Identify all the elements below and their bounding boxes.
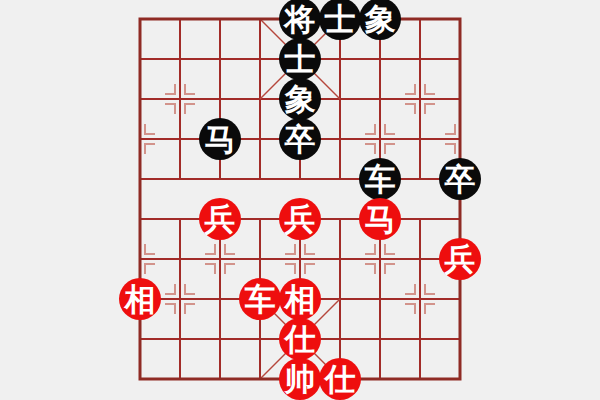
pieces-layer: 将士象士象马卒车卒兵兵马兵相车相仕帅仕	[0, 0, 600, 400]
piece-red-advisor[interactable]: 仕	[279, 318, 321, 360]
piece-red-elephant[interactable]: 相	[279, 278, 321, 320]
piece-black-elephant[interactable]: 象	[279, 78, 321, 120]
piece-black-general[interactable]: 将	[279, 0, 321, 40]
piece-red-pawn[interactable]: 兵	[439, 238, 481, 280]
piece-black-chariot[interactable]: 车	[359, 158, 401, 200]
piece-black-advisor[interactable]: 士	[279, 38, 321, 80]
piece-red-chariot[interactable]: 车	[239, 278, 281, 320]
piece-black-elephant[interactable]: 象	[359, 0, 401, 40]
piece-red-pawn[interactable]: 兵	[279, 198, 321, 240]
piece-red-general[interactable]: 帅	[279, 358, 321, 400]
piece-red-horse[interactable]: 马	[359, 198, 401, 240]
piece-red-advisor[interactable]: 仕	[319, 358, 361, 400]
piece-black-pawn[interactable]: 卒	[279, 118, 321, 160]
piece-black-advisor[interactable]: 士	[319, 0, 361, 40]
piece-red-elephant[interactable]: 相	[119, 278, 161, 320]
xiangqi-board-screenshot: 将士象士象马卒车卒兵兵马兵相车相仕帅仕	[0, 0, 600, 400]
piece-red-pawn[interactable]: 兵	[199, 198, 241, 240]
piece-black-horse[interactable]: 马	[199, 118, 241, 160]
piece-black-pawn[interactable]: 卒	[439, 158, 481, 200]
